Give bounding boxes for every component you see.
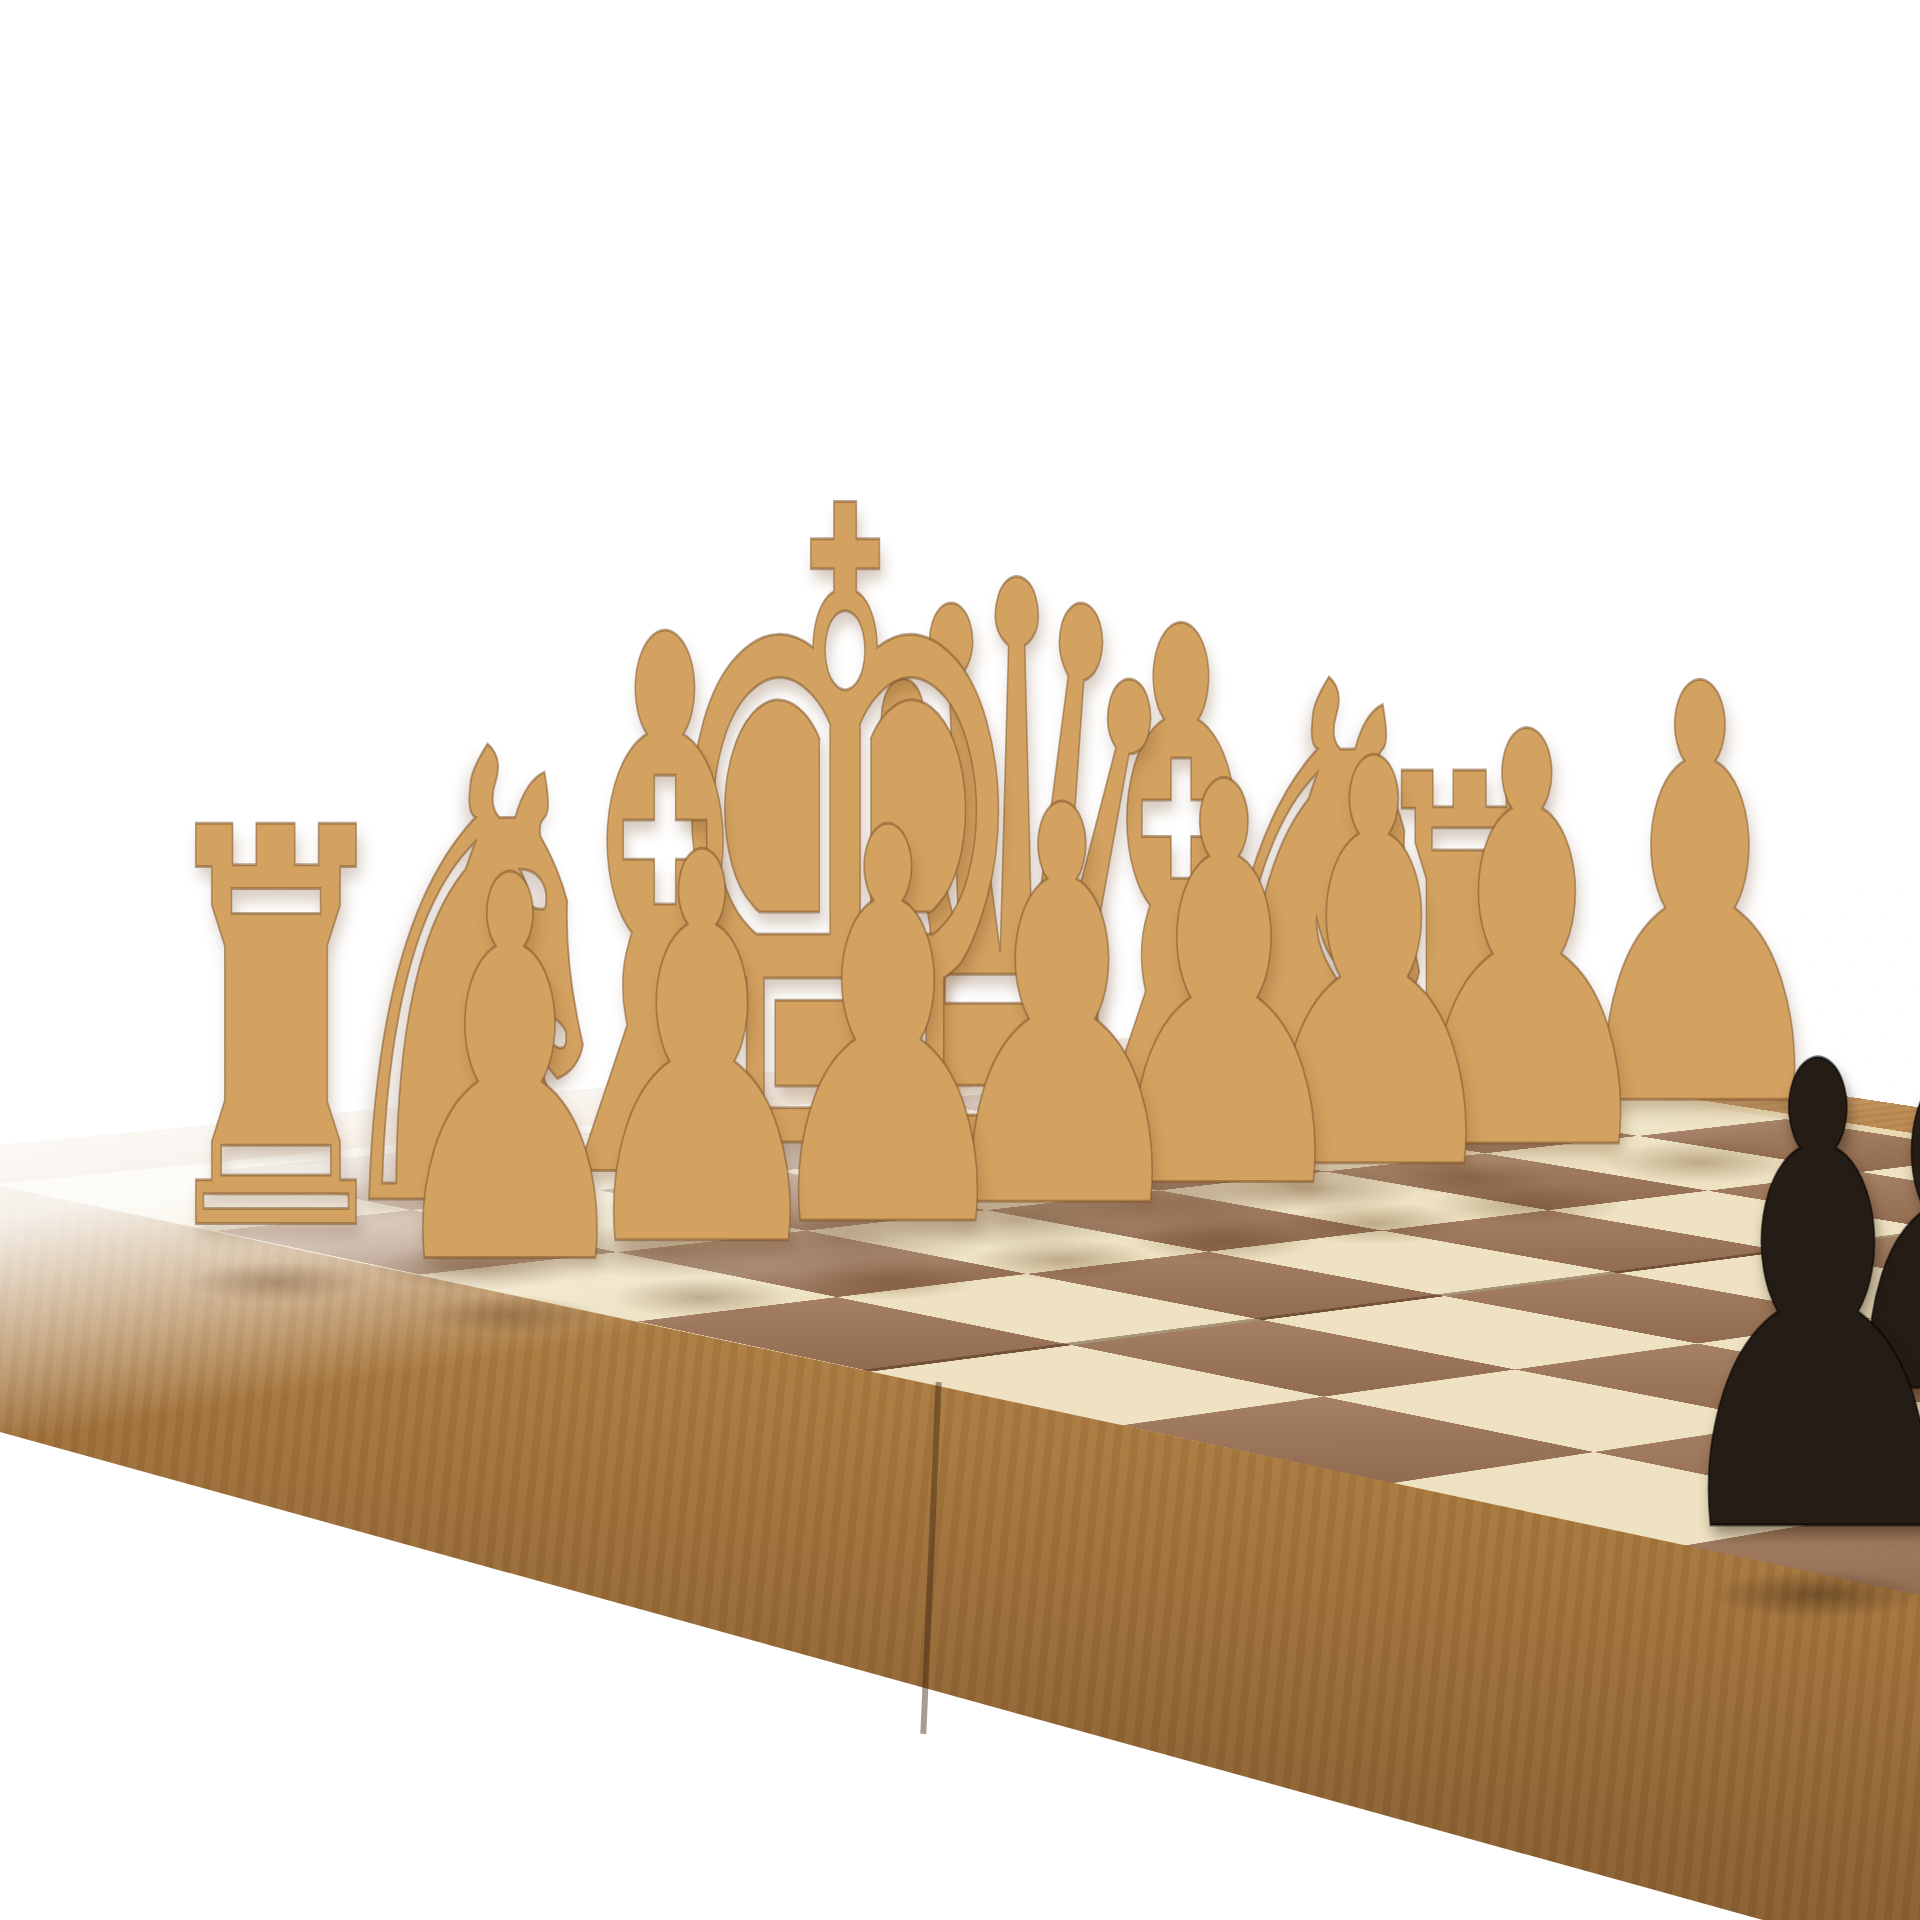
white-rook-h1[interactable]: ♜ bbox=[148, 759, 403, 1307]
chess-photo-scene: 12345678 ♜♟♞♝♟♛♟♚♟♝♟♞♟♜♟♟♟♟ bbox=[0, 0, 1920, 1920]
white-pawn-h2[interactable]: ♟ bbox=[380, 810, 641, 1339]
black-pawn-h7[interactable]: ♟ bbox=[1654, 983, 1920, 1624]
